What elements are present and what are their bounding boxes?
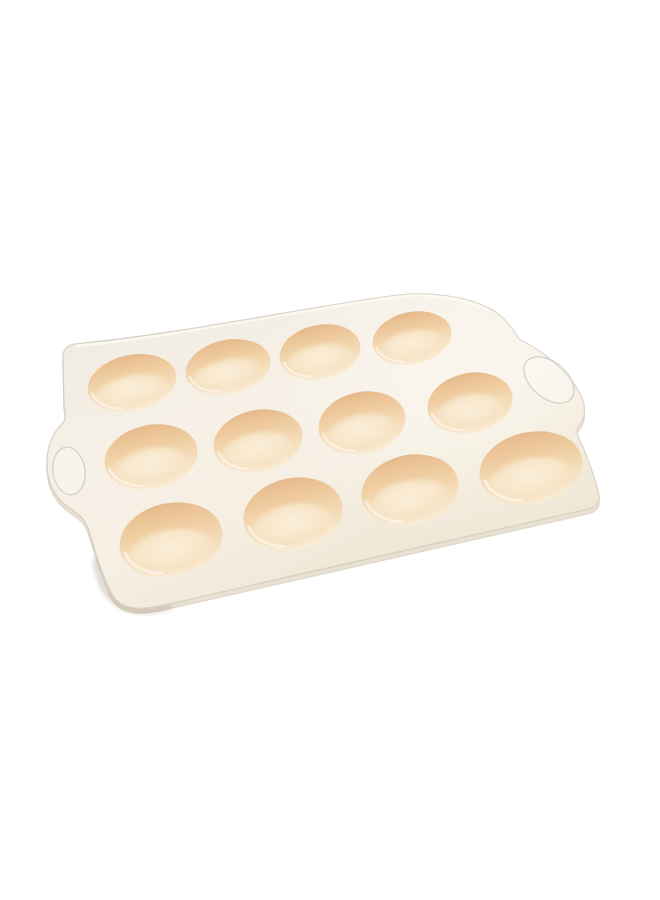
product-photo — [0, 0, 660, 900]
muffin-pan-image — [0, 0, 660, 900]
